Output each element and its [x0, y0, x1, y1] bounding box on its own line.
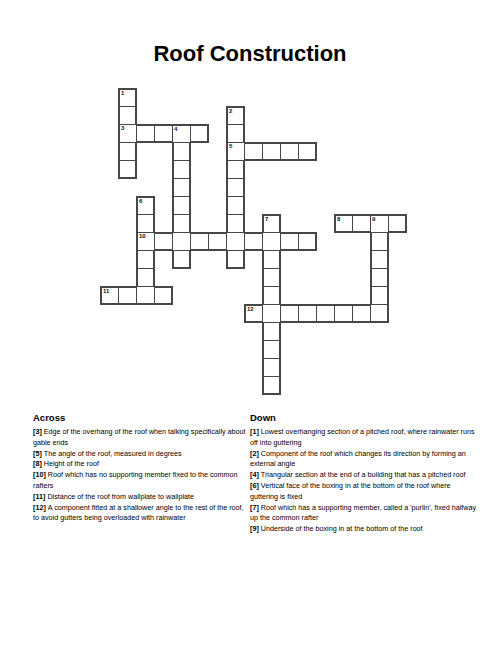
down-clue-6: [6]Vertical face of the boxing in at the…: [250, 481, 479, 503]
clue-number: 11: [103, 288, 109, 295]
grid-cell[interactable]: [370, 250, 389, 269]
grid-cell[interactable]: [118, 286, 137, 305]
clue-number: 3: [121, 125, 124, 132]
grid-cell[interactable]: 1: [118, 88, 137, 107]
clue-label: [3]: [33, 427, 42, 436]
grid-cell[interactable]: [172, 160, 191, 179]
clue-label: [8]: [33, 459, 42, 468]
grid-cell[interactable]: [262, 250, 281, 269]
grid-cell[interactable]: [352, 214, 371, 233]
clue-text: Component of the roof which changes its …: [250, 449, 466, 469]
clue-label: [7]: [250, 503, 259, 512]
clue-text: Edge of the overhang of the roof when ta…: [33, 427, 246, 447]
grid-cell[interactable]: [154, 232, 173, 251]
grid-cell[interactable]: [172, 250, 191, 269]
clue-label: [2]: [250, 449, 259, 458]
across-clue-5: [5]The angle of the roof, measured in de…: [33, 449, 250, 460]
grid-cell[interactable]: 8: [334, 214, 353, 233]
clue-text: Underside of the boxing in at the bottom…: [261, 524, 423, 533]
across-clues: Across [3]Edge of the overhang of the ro…: [33, 412, 250, 524]
clue-text: Roof which has a supporting member, call…: [250, 503, 476, 523]
clue-label: [12]: [33, 503, 46, 512]
grid-cell[interactable]: [208, 232, 227, 251]
grid-cell[interactable]: [262, 268, 281, 287]
clue-label: [6]: [250, 481, 259, 490]
clue-label: [4]: [250, 470, 259, 479]
down-header: Down: [250, 412, 479, 423]
grid-cell[interactable]: [226, 232, 245, 251]
grid-cell[interactable]: [172, 178, 191, 197]
grid-cell[interactable]: [352, 304, 371, 323]
grid-cell[interactable]: 11: [100, 286, 119, 305]
grid-cell[interactable]: [190, 124, 209, 143]
grid-cell[interactable]: 10: [136, 232, 155, 251]
grid-cell[interactable]: [136, 268, 155, 287]
grid-cell[interactable]: [118, 142, 137, 161]
grid-cell[interactable]: 5: [226, 142, 245, 161]
grid-cell[interactable]: [172, 232, 191, 251]
across-clue-8: [8]Height of the roof: [33, 459, 250, 470]
grid-cell[interactable]: 2: [226, 106, 245, 125]
grid-cell[interactable]: [118, 106, 137, 125]
clue-text: A component fitted at a shallower angle …: [33, 503, 244, 523]
grid-cell[interactable]: [280, 232, 299, 251]
grid-cell[interactable]: [298, 142, 317, 161]
clue-label: [10]: [33, 470, 46, 479]
grid-cell[interactable]: [370, 268, 389, 287]
grid-cell[interactable]: [226, 250, 245, 269]
grid-cell[interactable]: [298, 232, 317, 251]
clue-number: 9: [372, 216, 375, 223]
grid-cell[interactable]: [262, 232, 281, 251]
grid-cell[interactable]: [154, 124, 173, 143]
grid-cell[interactable]: [262, 304, 281, 323]
clue-text: Height of the roof: [44, 459, 99, 468]
grid-cell[interactable]: [244, 232, 263, 251]
clue-number: 2: [229, 108, 232, 115]
clue-label: [11]: [33, 492, 45, 501]
grid-cell[interactable]: [262, 376, 281, 395]
grid-cell[interactable]: [226, 178, 245, 197]
grid-cell[interactable]: [136, 124, 155, 143]
down-clue-4: [4]Triangular section at the end of a bu…: [250, 470, 479, 481]
grid-cell[interactable]: [226, 196, 245, 215]
clue-text: The angle of the roof, measured in degre…: [44, 449, 182, 458]
grid-cell[interactable]: [136, 214, 155, 233]
grid-cell[interactable]: [370, 304, 389, 323]
crossword-grid: 123456789101112: [100, 88, 407, 395]
grid-cell[interactable]: [262, 286, 281, 305]
across-clue-12: [12]A component fitted at a shallower an…: [33, 503, 250, 525]
across-clue-11: [11]Distance of the roof from wallplate …: [33, 492, 250, 503]
clue-number: 8: [337, 216, 340, 223]
crossword-page: Roof Construction 123456789101112 Across…: [0, 0, 500, 647]
clue-text: Triangular section at the end of a build…: [261, 470, 466, 479]
grid-cell[interactable]: [136, 250, 155, 269]
grid-cell[interactable]: [226, 124, 245, 143]
grid-cell[interactable]: [370, 232, 389, 251]
clue-text: Vertical face of the boxing in at the bo…: [250, 481, 451, 501]
grid-cell[interactable]: [262, 322, 281, 341]
grid-cell[interactable]: [226, 214, 245, 233]
grid-cell[interactable]: [118, 160, 137, 179]
grid-cell[interactable]: 9: [370, 214, 389, 233]
down-clue-9: [9]Underside of the boxing in at the bot…: [250, 524, 479, 535]
grid-cell[interactable]: [370, 286, 389, 305]
clue-number: 5: [229, 143, 232, 150]
grid-cell[interactable]: [190, 232, 209, 251]
grid-cell[interactable]: [172, 214, 191, 233]
down-clues: Down [1]Lowest overhanging section of a …: [250, 412, 479, 535]
across-header: Across: [33, 412, 250, 423]
across-clue-3: [3]Edge of the overhang of the roof when…: [33, 427, 250, 449]
grid-cell[interactable]: [136, 286, 155, 305]
clue-text: Roof which has no supporting member fixe…: [33, 470, 238, 490]
grid-cell[interactable]: 6: [136, 196, 155, 215]
clue-number: 4: [174, 126, 177, 133]
clue-text: Distance of the roof from wallplate to w…: [47, 492, 194, 501]
grid-cell[interactable]: 3: [118, 124, 137, 143]
clue-number: 10: [139, 233, 146, 240]
grid-cell[interactable]: [334, 304, 353, 323]
clue-number: 1: [121, 90, 124, 97]
grid-cell[interactable]: [316, 304, 335, 323]
clue-number: 7: [265, 216, 268, 223]
grid-cell[interactable]: [280, 142, 299, 161]
grid-cell[interactable]: 7: [262, 214, 281, 233]
grid-cell[interactable]: [172, 196, 191, 215]
grid-cell[interactable]: [154, 286, 173, 305]
clue-label: [5]: [33, 449, 42, 458]
grid-cell[interactable]: [172, 142, 191, 161]
clue-label: [1]: [250, 427, 259, 436]
down-clue-1: [1]Lowest overhanging section of a pitch…: [250, 427, 479, 449]
clue-text: Lowest overhanging section of a pitched …: [250, 427, 475, 447]
across-clue-10: [10]Roof which has no supporting member …: [33, 470, 250, 492]
grid-cell[interactable]: 12: [244, 304, 263, 323]
clue-number: 12: [247, 306, 254, 313]
clue-label: [9]: [250, 524, 259, 533]
grid-cell[interactable]: [226, 160, 245, 179]
clue-number: 6: [139, 198, 142, 205]
down-clue-2: [2]Component of the roof which changes i…: [250, 449, 479, 471]
grid-cell[interactable]: [262, 142, 281, 161]
grid-cell[interactable]: [298, 304, 317, 323]
grid-cell[interactable]: [262, 340, 281, 359]
down-clue-7: [7]Roof which has a supporting member, c…: [250, 503, 479, 525]
grid-cell[interactable]: [244, 142, 263, 161]
puzzle-title: Roof Construction: [0, 41, 500, 67]
grid-cell[interactable]: [262, 358, 281, 377]
grid-cell[interactable]: [280, 304, 299, 323]
grid-cell[interactable]: [388, 214, 407, 233]
grid-cell[interactable]: 4: [172, 124, 191, 143]
